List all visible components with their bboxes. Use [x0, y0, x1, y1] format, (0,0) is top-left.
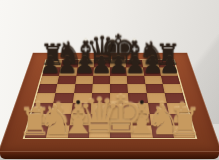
- square-h5[interactable]: [162, 84, 182, 93]
- piece-white-rook[interactable]: ♜: [158, 104, 210, 140]
- square-d1[interactable]: ♛: [88, 125, 109, 138]
- piece-black-pawn[interactable]: ♟: [148, 54, 190, 77]
- square-b5[interactable]: [55, 84, 74, 93]
- square-a1[interactable]: ♜: [24, 125, 48, 138]
- square-g5[interactable]: [145, 84, 164, 93]
- chess-board: ♜♞♝♛♚♝♞♜♟♟♟♟♟♟♟♟♟♟♟♟♟♟♟♟♜♞♝♛♚♝♞♜: [0, 53, 219, 152]
- square-h1[interactable]: ♜: [171, 125, 195, 138]
- piece-white-rook[interactable]: ♜: [8, 104, 60, 140]
- board-grid: ♜♞♝♛♚♝♞♜♟♟♟♟♟♟♟♟♟♟♟♟♟♟♟♟♜♞♝♛♚♝♞♜: [24, 60, 194, 138]
- piece-white-queen[interactable]: ♛: [73, 94, 125, 140]
- square-a5[interactable]: [37, 84, 57, 93]
- chess-photo-scene: ♜♞♝♛♚♝♞♜♟♟♟♟♟♟♟♟♟♟♟♟♟♟♟♟♜♞♝♛♚♝♞♜: [0, 0, 219, 160]
- board-inlay-border: ♜♞♝♛♚♝♞♜♟♟♟♟♟♟♟♟♟♟♟♟♟♟♟♟♜♞♝♛♚♝♞♜: [22, 59, 197, 139]
- square-h7[interactable]: ♟: [159, 68, 178, 76]
